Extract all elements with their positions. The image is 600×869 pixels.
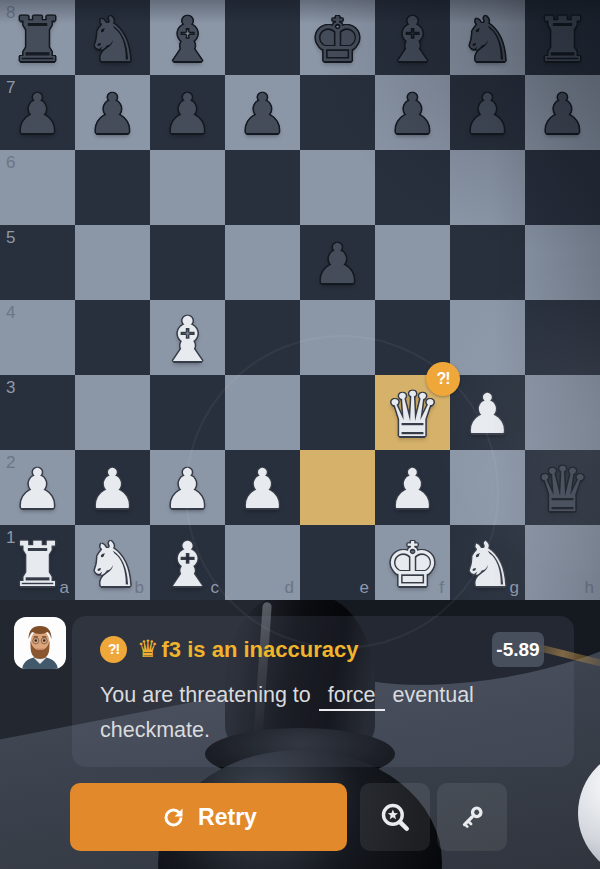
square-b2[interactable]: ♟ (75, 450, 150, 525)
white-bishop-c4[interactable]: ♝ (150, 300, 225, 375)
square-a6[interactable]: 6 (0, 150, 75, 225)
message-blank-word: force (319, 682, 385, 711)
message-text-before: You are threatening to (100, 683, 311, 707)
feedback-header: ?! ♛ f3 is an inaccuracy (100, 636, 358, 663)
square-d8[interactable] (225, 0, 300, 75)
square-f5[interactable] (375, 225, 450, 300)
square-a5[interactable]: 5 (0, 225, 75, 300)
black-rook-h8[interactable]: ♜ (525, 0, 600, 75)
square-b5[interactable] (75, 225, 150, 300)
square-c7[interactable]: ♟ (150, 75, 225, 150)
file-label-b: b (135, 578, 144, 598)
square-c6[interactable] (150, 150, 225, 225)
rank-label-1: 1 (6, 528, 15, 548)
white-pawn-d2[interactable]: ♟ (225, 450, 300, 525)
square-f7[interactable]: ♟ (375, 75, 450, 150)
square-g3[interactable]: ♟ (450, 375, 525, 450)
square-a3[interactable]: 3 (0, 375, 75, 450)
square-d5[interactable] (225, 225, 300, 300)
rank-label-7: 7 (6, 78, 15, 98)
square-g6[interactable] (450, 150, 525, 225)
square-b1[interactable]: b♞ (75, 525, 150, 600)
black-knight-b8[interactable]: ♞ (75, 0, 150, 75)
square-g5[interactable] (450, 225, 525, 300)
evaluation-badge: -5.89 (492, 632, 544, 667)
square-h5[interactable] (525, 225, 600, 300)
square-e8[interactable]: ♚ (300, 0, 375, 75)
square-g1[interactable]: g♞ (450, 525, 525, 600)
square-f8[interactable]: ♝ (375, 0, 450, 75)
black-knight-g8[interactable]: ♞ (450, 0, 525, 75)
square-a2[interactable]: 2♟ (0, 450, 75, 525)
retry-button[interactable]: Retry (70, 783, 347, 851)
black-queen-h2[interactable]: ♛ (525, 450, 600, 525)
square-d6[interactable] (225, 150, 300, 225)
square-h2[interactable]: ♛ (525, 450, 600, 525)
black-pawn-h7[interactable]: ♟ (525, 75, 600, 150)
black-bishop-f8[interactable]: ♝ (375, 0, 450, 75)
square-c1[interactable]: c♝ (150, 525, 225, 600)
file-label-c: c (211, 578, 220, 598)
coach-avatar (14, 617, 66, 669)
chess-board: 8♜♞♝♚♝♞♜7♟♟♟♟♟♟♟65♟4♝3♛♟2♟♟♟♟♟♛1a♜b♞c♝de… (0, 0, 600, 600)
square-g4[interactable] (450, 300, 525, 375)
file-label-d: d (285, 578, 294, 598)
square-a1[interactable]: 1a♜ (0, 525, 75, 600)
file-label-g: g (510, 578, 519, 598)
white-pawn-g3[interactable]: ♟ (450, 375, 525, 450)
square-h8[interactable]: ♜ (525, 0, 600, 75)
magnifier-star-icon (378, 800, 412, 834)
square-f2[interactable]: ♟ (375, 450, 450, 525)
square-f6[interactable] (375, 150, 450, 225)
square-e1[interactable]: e (300, 525, 375, 600)
square-g8[interactable]: ♞ (450, 0, 525, 75)
square-h4[interactable] (525, 300, 600, 375)
square-g2[interactable] (450, 450, 525, 525)
square-c2[interactable]: ♟ (150, 450, 225, 525)
coach-avatar-illustration (14, 617, 66, 669)
square-e4[interactable] (300, 300, 375, 375)
retry-refresh-icon (160, 804, 187, 831)
white-pawn-b2[interactable]: ♟ (75, 450, 150, 525)
inaccuracy-badge: ?! (100, 636, 127, 663)
retry-button-label: Retry (198, 804, 257, 831)
square-d7[interactable]: ♟ (225, 75, 300, 150)
key-icon (456, 801, 488, 833)
file-label-a: a (60, 578, 69, 598)
square-e7[interactable] (300, 75, 375, 150)
rank-label-3: 3 (6, 378, 15, 398)
file-label-e: e (360, 578, 369, 598)
rank-label-5: 5 (6, 228, 15, 248)
square-b6[interactable] (75, 150, 150, 225)
square-b7[interactable]: ♟ (75, 75, 150, 150)
square-e5[interactable]: ♟ (300, 225, 375, 300)
rank-label-2: 2 (6, 453, 15, 473)
square-b8[interactable]: ♞ (75, 0, 150, 75)
file-label-f: f (439, 578, 444, 598)
square-e2[interactable] (300, 450, 375, 525)
square-c8[interactable]: ♝ (150, 0, 225, 75)
analysis-button[interactable] (360, 783, 430, 851)
black-pawn-g7[interactable]: ♟ (450, 75, 525, 150)
key-button[interactable] (437, 783, 507, 851)
inaccuracy-badge-on-board: ?! (426, 362, 460, 396)
square-c3[interactable] (150, 375, 225, 450)
rank-label-8: 8 (6, 3, 15, 23)
square-c5[interactable] (150, 225, 225, 300)
black-pawn-c7[interactable]: ♟ (150, 75, 225, 150)
square-e6[interactable] (300, 150, 375, 225)
square-h3[interactable] (525, 375, 600, 450)
square-a8[interactable]: 8♜ (0, 0, 75, 75)
square-f1[interactable]: f♚ (375, 525, 450, 600)
square-d3[interactable] (225, 375, 300, 450)
square-c4[interactable]: ♝ (150, 300, 225, 375)
square-d4[interactable] (225, 300, 300, 375)
square-e3[interactable] (300, 375, 375, 450)
square-d1[interactable]: d (225, 525, 300, 600)
square-h7[interactable]: ♟ (525, 75, 600, 150)
rank-label-4: 4 (6, 303, 15, 323)
game-review-screen: 8♜♞♝♚♝♞♜7♟♟♟♟♟♟♟65♟4♝3♛♟2♟♟♟♟♟♛1a♜b♞c♝de… (0, 0, 600, 869)
black-king-e8[interactable]: ♚ (300, 0, 375, 75)
black-bishop-c8[interactable]: ♝ (150, 0, 225, 75)
square-g7[interactable]: ♟ (450, 75, 525, 150)
rank-label-6: 6 (6, 153, 15, 173)
black-pawn-f7[interactable]: ♟ (375, 75, 450, 150)
black-pawn-b7[interactable]: ♟ (75, 75, 150, 150)
queen-icon: ♛ (137, 636, 159, 663)
black-pawn-d7[interactable]: ♟ (225, 75, 300, 150)
white-pawn-f2[interactable]: ♟ (375, 450, 450, 525)
square-h1[interactable]: h (525, 525, 600, 600)
square-b3[interactable] (75, 375, 150, 450)
square-a4[interactable]: 4 (0, 300, 75, 375)
square-a7[interactable]: 7♟ (0, 75, 75, 150)
file-label-h: h (585, 578, 594, 598)
feedback-panel: ?! ♛ f3 is an inaccuracy -5.89 You are t… (0, 600, 600, 869)
square-h6[interactable] (525, 150, 600, 225)
coach-message: You are threatening to force eventual ch… (100, 678, 530, 748)
coach-message-bubble: ?! ♛ f3 is an inaccuracy -5.89 You are t… (72, 616, 574, 767)
square-b4[interactable] (75, 300, 150, 375)
feedback-title: f3 is an inaccuracy (162, 637, 359, 663)
white-pawn-c2[interactable]: ♟ (150, 450, 225, 525)
black-pawn-e5[interactable]: ♟ (300, 225, 375, 300)
square-d2[interactable]: ♟ (225, 450, 300, 525)
